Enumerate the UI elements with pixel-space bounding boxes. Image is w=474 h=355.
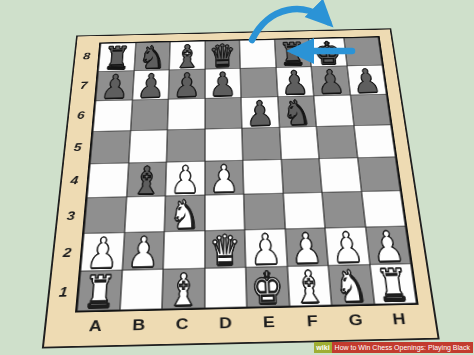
- square-a3: [84, 197, 126, 234]
- piece-black-pawn: ♟: [209, 68, 237, 101]
- piece-white-king: ♚: [251, 266, 285, 311]
- piece-black-pawn: ♟: [100, 71, 130, 104]
- square-d1: [204, 267, 246, 308]
- file-label-d: D: [204, 309, 248, 343]
- piece-white-bishop: ♝: [292, 265, 327, 310]
- board-perspective-wrapper: 87654321 ♜♞♝♛♜♚♟♟♟♟♟♟♟♟♞♝♟♟♞♟♟♛♟♟♟♟♜♝♚♝♞…: [42, 28, 440, 348]
- square-d6: [205, 98, 242, 129]
- square-g4: [319, 158, 361, 193]
- square-h2: ♟: [365, 226, 411, 264]
- square-e4: [243, 159, 283, 194]
- file-label-c: C: [160, 310, 204, 344]
- square-d7: ♟: [205, 68, 241, 98]
- piece-white-pawn: ♟: [290, 228, 324, 270]
- square-f1: ♝: [287, 265, 332, 306]
- rank-label-6: 6: [67, 100, 94, 132]
- piece-black-knight: ♞: [138, 42, 166, 74]
- square-c1: ♝: [162, 268, 204, 309]
- file-label-a: A: [72, 312, 118, 346]
- square-h3: [361, 191, 405, 227]
- square-e2: ♟: [245, 229, 287, 267]
- file-label-e: E: [247, 308, 292, 342]
- square-f7: ♟: [276, 67, 314, 97]
- file-label-g: G: [333, 306, 380, 340]
- square-g6: [314, 95, 354, 126]
- board-rotation-wrapper: 87654321 ♜♞♝♛♜♚♟♟♟♟♟♟♟♟♞♝♟♟♞♟♟♛♟♟♟♟♜♝♚♝♞…: [0, 0, 474, 355]
- square-h5: [354, 125, 396, 158]
- square-f3: [283, 192, 325, 228]
- piece-white-knight: ♞: [333, 264, 369, 309]
- piece-black-bishop: ♝: [131, 162, 162, 200]
- rank-label-8: 8: [74, 43, 99, 72]
- square-g3: [322, 192, 365, 228]
- piece-white-rook: ♜: [374, 263, 412, 308]
- square-c2: [163, 231, 204, 270]
- square-f5: [279, 126, 319, 159]
- piece-white-queen: ♛: [209, 230, 241, 273]
- square-a5: [90, 131, 130, 164]
- square-d2: ♛: [204, 230, 245, 268]
- square-a8: ♜: [98, 43, 135, 72]
- illustration-canvas: 87654321 ♜♞♝♛♜♚♟♟♟♟♟♟♟♟♞♝♟♟♞♟♟♛♟♟♟♟♜♝♚♝♞…: [0, 0, 474, 355]
- square-b5: [128, 130, 167, 163]
- rank-label-4: 4: [60, 164, 88, 199]
- piece-white-pawn: ♟: [85, 232, 119, 275]
- square-d8: ♛: [205, 40, 240, 69]
- square-h8: [344, 37, 383, 66]
- piece-black-pawn: ♟: [245, 96, 275, 131]
- square-f2: ♟: [285, 228, 328, 266]
- square-e7: [240, 68, 277, 98]
- square-c7: ♟: [168, 69, 204, 99]
- square-g2: ♟: [325, 227, 369, 265]
- square-h4: [357, 157, 400, 192]
- square-a2: ♟: [81, 233, 125, 272]
- square-a7: ♟: [96, 71, 134, 101]
- square-g8: ♚: [309, 38, 347, 67]
- square-a4: [87, 163, 128, 198]
- piece-black-knight: ♞: [282, 96, 312, 131]
- piece-black-pawn: ♟: [136, 70, 165, 103]
- square-h7: ♟: [347, 65, 387, 95]
- piece-black-pawn: ♟: [173, 69, 201, 102]
- piece-white-pawn: ♟: [209, 160, 239, 198]
- square-g5: [316, 126, 357, 159]
- piece-black-pawn: ♟: [280, 67, 310, 100]
- square-h6: [350, 94, 391, 125]
- square-b3: [124, 196, 165, 233]
- chess-board: ♜♞♝♛♜♚♟♟♟♟♟♟♟♟♞♝♟♟♞♟♟♛♟♟♟♟♜♝♚♝♞♜: [75, 36, 419, 312]
- piece-white-bishop: ♝: [167, 268, 200, 313]
- square-d3: [204, 194, 244, 231]
- watermark: wiki How to Win Chess Openings: Playing …: [314, 342, 473, 353]
- watermark-site: wiki: [314, 342, 331, 353]
- rank-label-1: 1: [48, 272, 79, 313]
- file-label-h: H: [376, 305, 424, 339]
- piece-white-pawn: ♟: [170, 161, 200, 199]
- square-d5: [205, 128, 243, 161]
- square-b2: ♟: [122, 232, 164, 271]
- piece-white-pawn: ♟: [249, 229, 282, 271]
- square-f4: [281, 159, 322, 194]
- rank-label-2: 2: [52, 234, 82, 273]
- piece-white-knight: ♞: [169, 195, 200, 235]
- square-c6: [167, 98, 204, 130]
- piece-white-rook: ♜: [82, 270, 117, 315]
- square-e1: ♚: [246, 266, 290, 307]
- file-labels: ABCDEFGH: [72, 305, 424, 346]
- piece-white-pawn: ♟: [127, 231, 160, 274]
- square-c5: [166, 129, 204, 162]
- square-c8: ♝: [169, 41, 205, 70]
- square-c4: ♟: [165, 161, 204, 196]
- square-g7: ♟: [311, 66, 350, 96]
- square-b4: ♝: [126, 162, 166, 197]
- square-g1: ♞: [328, 265, 374, 306]
- piece-white-pawn: ♟: [330, 227, 365, 269]
- piece-black-queen: ♛: [209, 40, 236, 72]
- file-label-f: F: [290, 307, 336, 341]
- piece-black-bishop: ♝: [173, 41, 200, 73]
- piece-black-king: ♚: [313, 38, 343, 70]
- square-a1: ♜: [77, 270, 122, 311]
- file-label-b: B: [116, 311, 161, 345]
- square-e5: [242, 127, 281, 160]
- piece-black-pawn: ♟: [315, 66, 346, 99]
- rank-label-7: 7: [71, 71, 97, 101]
- square-e8: [239, 40, 275, 69]
- piece-black-pawn: ♟: [351, 65, 383, 98]
- square-e6: ♟: [241, 97, 279, 128]
- piece-white-pawn: ♟: [370, 226, 406, 268]
- square-f6: ♞: [277, 96, 316, 127]
- rank-label-3: 3: [56, 198, 85, 235]
- square-b8: ♞: [134, 42, 170, 71]
- piece-black-rook: ♜: [278, 39, 307, 71]
- board-frame: 87654321 ♜♞♝♛♜♚♟♟♟♟♟♟♟♟♞♝♟♟♞♟♟♛♟♟♟♟♜♝♚♝♞…: [42, 28, 440, 348]
- piece-black-rook: ♜: [102, 43, 131, 75]
- square-f8: ♜: [274, 39, 311, 68]
- square-h1: ♜: [369, 264, 416, 305]
- rank-label-5: 5: [64, 131, 91, 164]
- square-b6: [130, 99, 168, 131]
- square-e3: [244, 193, 285, 230]
- watermark-title: How to Win Chess Openings: Playing Black: [332, 342, 473, 353]
- square-b1: [120, 269, 164, 310]
- square-c3: ♞: [164, 195, 204, 232]
- square-b7: ♟: [132, 70, 169, 100]
- square-d4: ♟: [205, 160, 244, 195]
- square-a6: [93, 100, 132, 132]
